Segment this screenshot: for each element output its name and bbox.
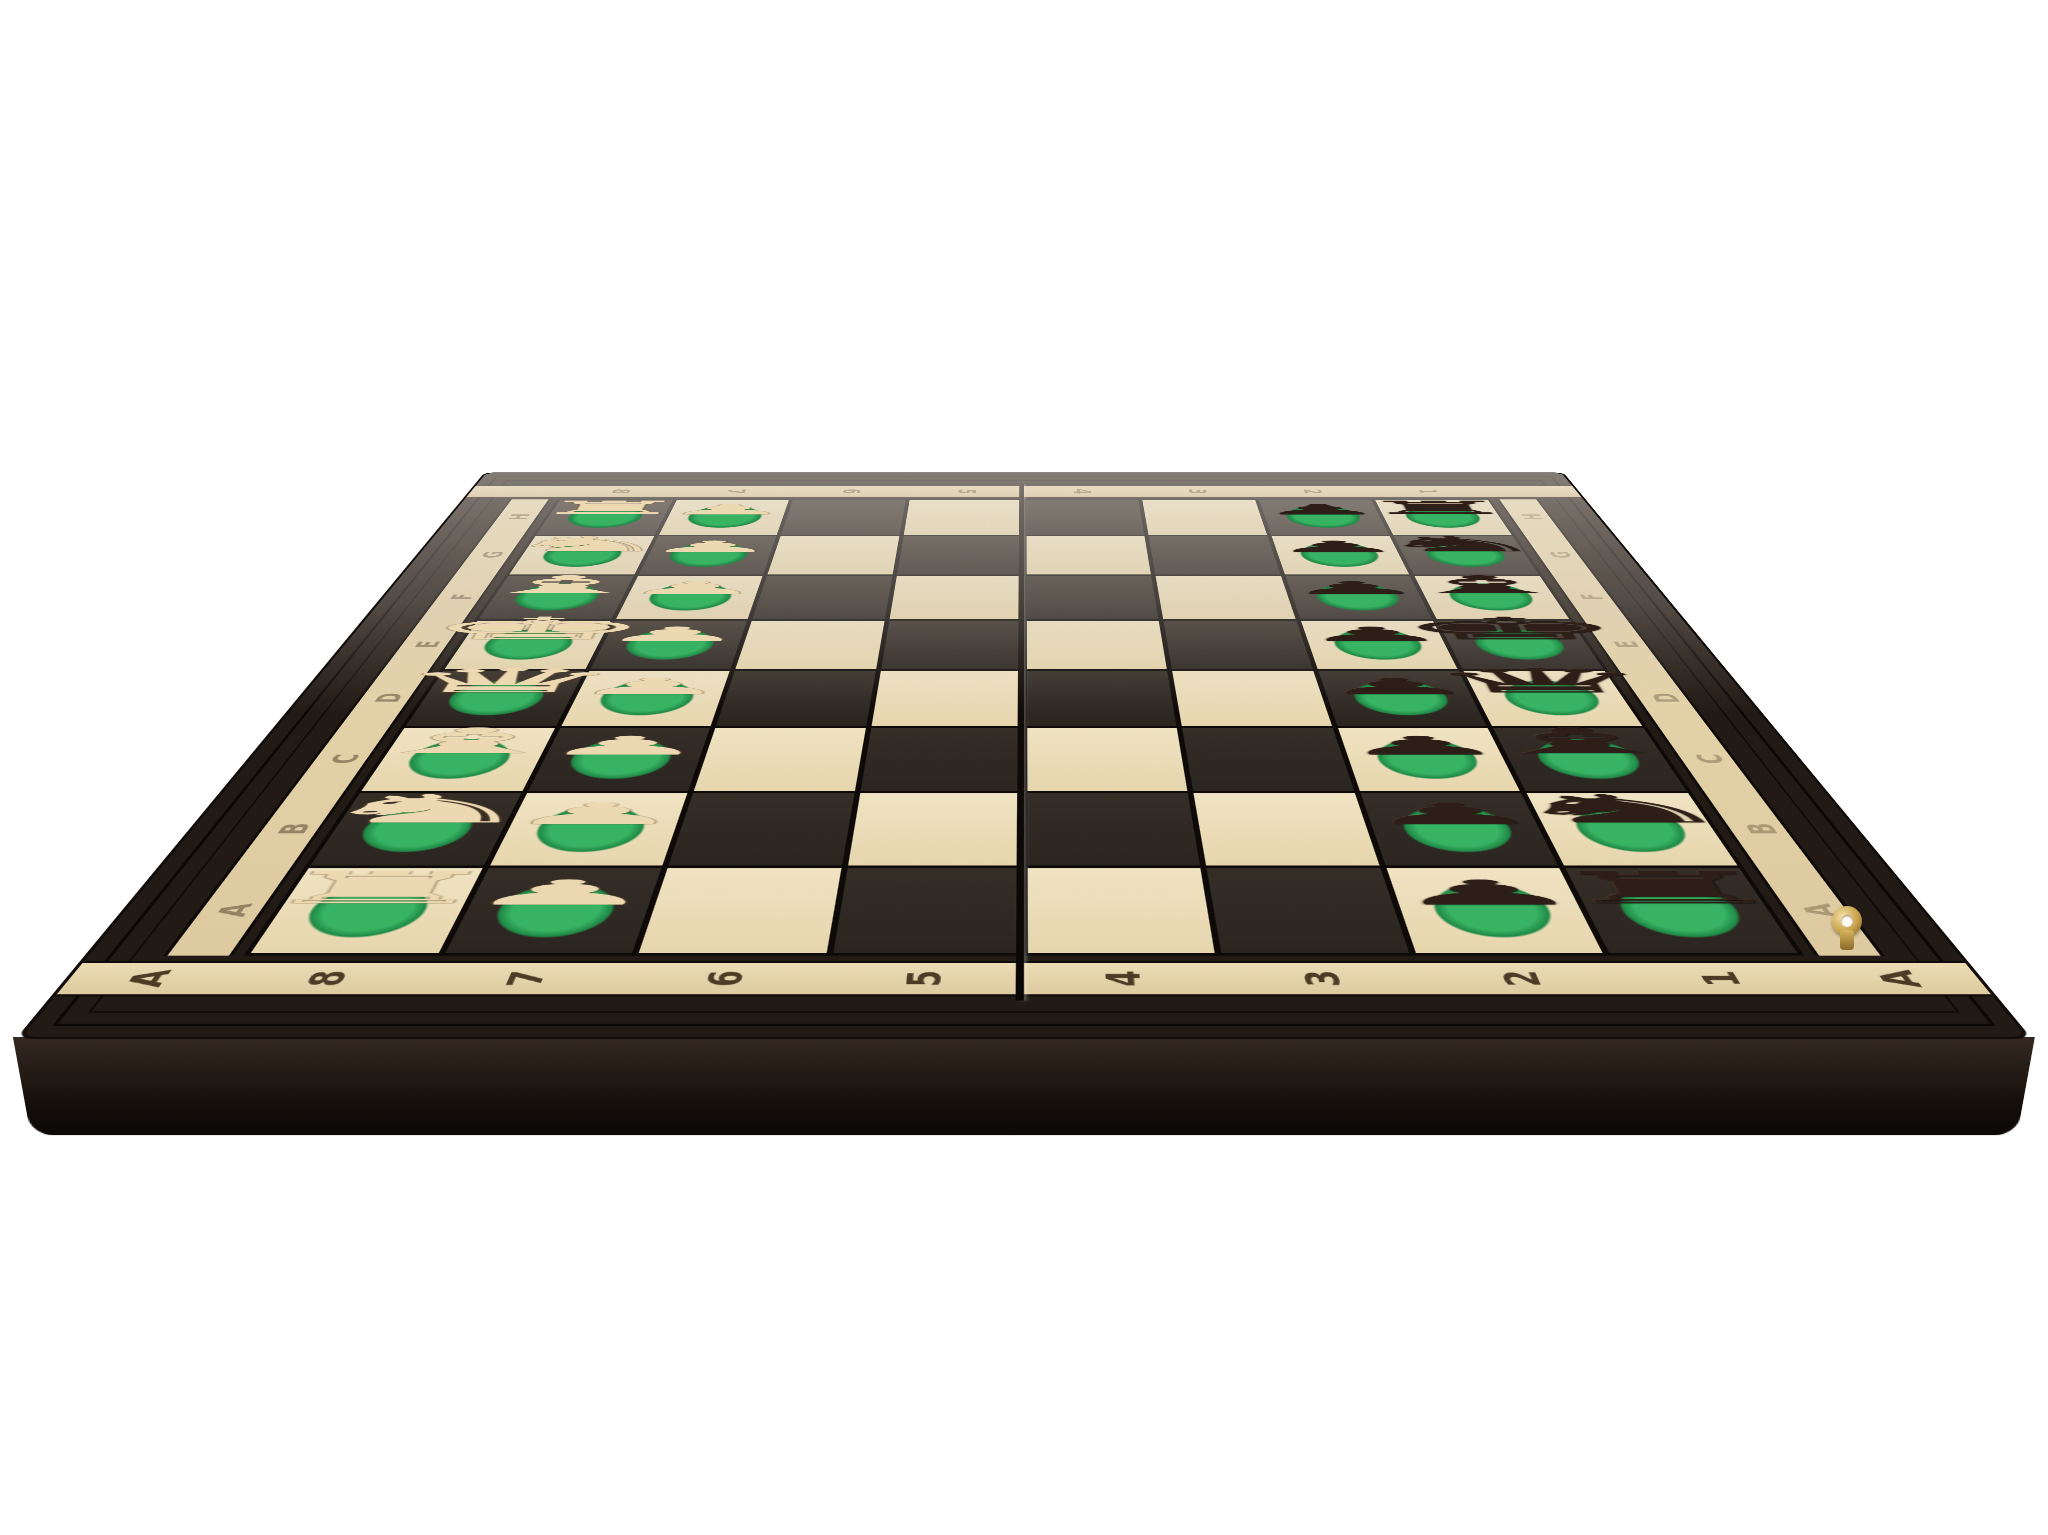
folding-chess-board: A87654321A 87654321 ABCDEFGH ABCDEFGH ♜♟… bbox=[22, 473, 2027, 1037]
square-c7 bbox=[528, 728, 710, 791]
square-c2 bbox=[1338, 728, 1520, 791]
square-d5 bbox=[871, 671, 1021, 726]
square-e6 bbox=[736, 621, 885, 669]
black-bishop-f1: ♝ bbox=[1382, 573, 1588, 597]
square-f3 bbox=[1156, 576, 1296, 619]
white-pawn-h7: ♟ bbox=[662, 502, 793, 516]
square-h6 bbox=[781, 500, 905, 535]
square-e3 bbox=[1164, 621, 1313, 669]
square-c3 bbox=[1182, 728, 1354, 791]
back-rank-2: 2 bbox=[1253, 486, 1373, 497]
square-d3 bbox=[1172, 671, 1331, 726]
board-front-rim bbox=[13, 1037, 2035, 1135]
back-rank-5: 5 bbox=[908, 486, 1024, 497]
square-f6 bbox=[753, 576, 893, 619]
square-b3 bbox=[1194, 793, 1380, 866]
square-b6 bbox=[669, 793, 855, 866]
back-rank-4: 4 bbox=[1024, 486, 1140, 497]
front-corner-left-label: A bbox=[115, 970, 183, 988]
square-a3 bbox=[1207, 868, 1409, 953]
back-rank-7-label: 7 bbox=[721, 489, 751, 494]
back-rank-8: 8 bbox=[559, 486, 681, 497]
square-c4 bbox=[1027, 728, 1188, 791]
square-b2 bbox=[1360, 793, 1558, 866]
square-a4 bbox=[1027, 868, 1215, 953]
square-d4 bbox=[1027, 671, 1177, 726]
back-rank-8-label: 8 bbox=[605, 489, 636, 494]
square-a6 bbox=[639, 868, 841, 953]
back-rank-3: 3 bbox=[1138, 486, 1256, 497]
square-f4 bbox=[1026, 576, 1158, 619]
square-b7 bbox=[490, 793, 688, 866]
back-rank-1-label: 1 bbox=[1412, 489, 1443, 494]
back-rank-1: 1 bbox=[1367, 486, 1489, 497]
square-a5 bbox=[833, 868, 1021, 953]
back-corner-right bbox=[1482, 486, 1582, 497]
back-rank-6: 6 bbox=[792, 486, 910, 497]
square-d6 bbox=[716, 671, 875, 726]
back-rank-3-label: 3 bbox=[1183, 489, 1212, 494]
back-rank-4-label: 4 bbox=[1068, 489, 1096, 494]
back-rank-7: 7 bbox=[675, 486, 795, 497]
brass-clasp-tongue bbox=[1840, 930, 1854, 950]
right-file-c-label: C bbox=[1687, 754, 1733, 764]
chess-set-photo: A87654321A 87654321 ABCDEFGH ABCDEFGH ♜♟… bbox=[324, 0, 1724, 1370]
black-rook-h1: ♜ bbox=[1352, 498, 1524, 516]
square-b5 bbox=[848, 793, 1021, 866]
square-h5 bbox=[904, 500, 1022, 535]
back-rank-6-label: 6 bbox=[837, 489, 866, 494]
front-corner-right-label: A bbox=[1865, 970, 1933, 988]
left-file-c-label: C bbox=[322, 754, 368, 764]
square-f5 bbox=[889, 576, 1021, 619]
white-pawn-e7: ♟ bbox=[595, 624, 751, 644]
square-a7 bbox=[445, 868, 662, 953]
back-corner-left bbox=[467, 486, 567, 497]
square-a2 bbox=[1386, 868, 1603, 953]
square-b4 bbox=[1027, 793, 1200, 866]
back-rank-2-label: 2 bbox=[1297, 489, 1327, 494]
brass-clasp bbox=[1828, 906, 1866, 952]
left-file-a-label: A bbox=[208, 903, 263, 917]
right-file-d-label: D bbox=[1644, 693, 1687, 703]
back-rank-5-label: 5 bbox=[952, 489, 980, 494]
square-c5 bbox=[861, 728, 1022, 791]
black-knight-g1: ♞ bbox=[1366, 534, 1554, 555]
square-h4 bbox=[1026, 500, 1144, 535]
left-file-d-label: D bbox=[367, 693, 410, 703]
square-h3 bbox=[1142, 500, 1266, 535]
square-e4 bbox=[1026, 621, 1167, 669]
square-e5 bbox=[881, 621, 1022, 669]
square-c6 bbox=[694, 728, 866, 791]
